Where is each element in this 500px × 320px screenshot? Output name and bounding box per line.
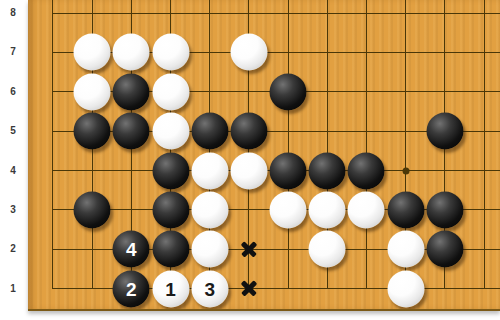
intersection-D6[interactable] [151,72,190,111]
white-stone-J3 [348,191,385,228]
intersection-L5[interactable] [425,111,464,150]
intersection-B7[interactable] [73,33,112,72]
intersection-C2[interactable]: 4 [112,230,151,269]
white-stone-E4 [191,152,228,189]
intersection-M5[interactable] [464,111,500,150]
intersection-B1[interactable] [73,269,112,308]
intersection-H4[interactable] [308,151,347,190]
intersection-F3[interactable] [229,190,268,229]
intersection-M6[interactable] [464,72,500,111]
black-stone-B3 [74,191,111,228]
intersection-A2[interactable] [33,230,72,269]
intersection-D8[interactable] [151,0,190,33]
intersection-C1[interactable]: 2 [112,269,151,308]
black-stone-D2 [152,231,189,268]
intersection-E2[interactable] [190,230,229,269]
intersection-H7[interactable] [308,33,347,72]
intersection-F7[interactable] [229,33,268,72]
intersection-G5[interactable] [269,111,308,150]
intersection-K5[interactable] [386,111,425,150]
intersection-L2[interactable] [425,230,464,269]
intersection-J5[interactable] [347,111,386,150]
intersection-L7[interactable] [425,33,464,72]
intersection-J7[interactable] [347,33,386,72]
intersection-J1[interactable] [347,269,386,308]
intersection-M4[interactable] [464,151,500,190]
white-stone-K2 [387,231,424,268]
intersection-H1[interactable] [308,269,347,308]
intersection-K2[interactable] [386,230,425,269]
intersection-D2[interactable] [151,230,190,269]
intersection-A7[interactable] [33,33,72,72]
intersection-B6[interactable] [73,72,112,111]
intersection-A8[interactable] [33,0,72,33]
intersection-K6[interactable] [386,72,425,111]
intersection-B5[interactable] [73,111,112,150]
black-stone-H4 [309,152,346,189]
intersection-J3[interactable] [347,190,386,229]
intersection-D1[interactable]: 1 [151,269,190,308]
intersection-L4[interactable] [425,151,464,190]
black-stone-L5 [426,113,463,150]
intersection-G7[interactable] [269,33,308,72]
intersection-L6[interactable] [425,72,464,111]
intersection-K3[interactable] [386,190,425,229]
row-label-4: 4 [0,164,26,178]
black-stone-D3 [152,191,189,228]
intersection-F5[interactable] [229,111,268,150]
intersection-D5[interactable] [151,111,190,150]
intersection-J6[interactable] [347,72,386,111]
intersection-E6[interactable] [190,72,229,111]
row-label-2: 2 [0,242,26,256]
black-stone-G4 [270,152,307,189]
intersection-J2[interactable] [347,230,386,269]
intersection-C5[interactable] [112,111,151,150]
white-stone-D1: 1 [152,270,189,307]
intersection-B8[interactable] [73,0,112,33]
intersection-C4[interactable] [112,151,151,190]
intersection-E7[interactable] [190,33,229,72]
x-mark-F1 [240,280,258,298]
white-stone-F7 [230,34,267,71]
intersection-E3[interactable] [190,190,229,229]
intersection-K8[interactable] [386,0,425,33]
intersection-F1[interactable] [229,269,268,308]
intersection-G2[interactable] [269,230,308,269]
intersection-A6[interactable] [33,72,72,111]
intersection-E1[interactable]: 3 [190,269,229,308]
row-label-1: 1 [0,282,26,296]
black-stone-E5 [191,113,228,150]
row-label-7: 7 [0,45,26,59]
intersection-A4[interactable] [33,151,72,190]
black-stone-C2: 4 [113,231,150,268]
intersection-L8[interactable] [425,0,464,33]
intersection-A1[interactable] [33,269,72,308]
white-stone-B7 [74,34,111,71]
intersection-K7[interactable] [386,33,425,72]
intersection-F6[interactable] [229,72,268,111]
black-stone-K3 [387,191,424,228]
intersection-L1[interactable] [425,269,464,308]
intersection-J4[interactable] [347,151,386,190]
white-stone-H3 [309,191,346,228]
intersection-E8[interactable] [190,0,229,33]
intersection-M8[interactable] [464,0,500,33]
intersection-C8[interactable] [112,0,151,33]
intersection-G8[interactable] [269,0,308,33]
intersection-E5[interactable] [190,111,229,150]
intersection-M7[interactable] [464,33,500,72]
intersection-C3[interactable] [112,190,151,229]
white-stone-E2 [191,231,228,268]
intersection-B3[interactable] [73,190,112,229]
black-stone-L3 [426,191,463,228]
intersection-G1[interactable] [269,269,308,308]
row-label-6: 6 [0,85,26,99]
intersection-M1[interactable] [464,269,500,308]
white-stone-E1: 3 [191,270,228,307]
white-stone-D7 [152,34,189,71]
intersection-C6[interactable] [112,72,151,111]
intersection-D4[interactable] [151,151,190,190]
intersection-M2[interactable] [464,230,500,269]
intersection-H3[interactable] [308,190,347,229]
move-number-label: 1 [165,279,176,298]
row-label-5: 5 [0,124,26,138]
row-label-3: 3 [0,203,26,217]
intersection-F2[interactable] [229,230,268,269]
intersection-G6[interactable] [269,72,308,111]
intersection-G4[interactable] [269,151,308,190]
board-grid: 4213 [33,0,500,308]
black-stone-C1: 2 [113,270,150,307]
intersection-D7[interactable] [151,33,190,72]
intersection-G3[interactable] [269,190,308,229]
white-stone-F4 [230,152,267,189]
intersection-B4[interactable] [73,151,112,190]
intersection-M3[interactable] [464,190,500,229]
intersection-E4[interactable] [190,151,229,190]
intersection-A3[interactable] [33,190,72,229]
move-number-label: 4 [126,240,137,259]
black-stone-L2 [426,231,463,268]
intersection-D3[interactable] [151,190,190,229]
white-stone-K1 [387,270,424,307]
intersection-K4[interactable] [386,151,425,190]
intersection-C7[interactable] [112,33,151,72]
white-stone-D6 [152,73,189,110]
white-stone-E3 [191,191,228,228]
intersection-F4[interactable] [229,151,268,190]
move-number-label: 2 [126,279,137,298]
white-stone-G3 [270,191,307,228]
intersection-L3[interactable] [425,190,464,229]
black-stone-C5 [113,113,150,150]
x-mark-F2 [240,240,258,258]
intersection-F8[interactable] [229,0,268,33]
black-stone-G6 [270,73,307,110]
intersection-H8[interactable] [308,0,347,33]
white-stone-H2 [309,231,346,268]
white-stone-D5 [152,113,189,150]
black-stone-B5 [74,113,111,150]
intersection-K1[interactable] [386,269,425,308]
intersection-H2[interactable] [308,230,347,269]
star-point-K4 [402,167,409,174]
row-label-8: 8 [0,6,26,20]
white-stone-C7 [113,34,150,71]
intersection-H5[interactable] [308,111,347,150]
black-stone-D4 [152,152,189,189]
go-board: 4213 [28,0,500,311]
black-stone-J4 [348,152,385,189]
black-stone-C6 [113,73,150,110]
intersection-H6[interactable] [308,72,347,111]
intersection-A5[interactable] [33,111,72,150]
move-number-label: 3 [204,279,215,298]
white-stone-B6 [74,73,111,110]
intersection-B2[interactable] [73,230,112,269]
intersection-J8[interactable] [347,0,386,33]
black-stone-F5 [230,113,267,150]
